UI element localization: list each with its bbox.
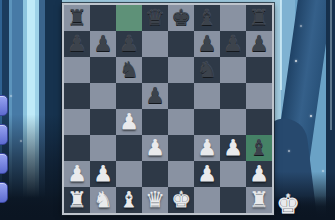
square-h6[interactable]: [246, 57, 272, 83]
piece-black-king[interactable]: ♚: [171, 7, 191, 29]
piece-white-rook[interactable]: ♜: [249, 189, 269, 211]
square-b5[interactable]: [90, 83, 116, 109]
square-h8[interactable]: ♜: [246, 5, 272, 31]
square-e1[interactable]: ♚: [168, 187, 194, 213]
game-screen: ♜♛♚♝♜♟♟♟♟♟♟♞♞♟♟♟♟♟♝♟♟♟♟♜♞♝♛♚♜ ♚: [0, 0, 335, 220]
sparkle-dot: [20, 140, 22, 142]
tree-trunk: [326, 0, 335, 220]
piece-white-pawn[interactable]: ♟: [145, 137, 165, 159]
light-streak: [330, 0, 332, 130]
piece-black-rook[interactable]: ♜: [67, 7, 87, 29]
square-g6[interactable]: [220, 57, 246, 83]
sparkle-dot: [10, 95, 12, 97]
square-d6[interactable]: [142, 57, 168, 83]
piece-white-king[interactable]: ♚: [171, 189, 191, 211]
light-streak: [280, 0, 282, 90]
square-c7[interactable]: ♟: [116, 31, 142, 57]
square-f2[interactable]: ♟: [194, 161, 220, 187]
square-c2[interactable]: [116, 161, 142, 187]
square-g3[interactable]: ♟: [220, 135, 246, 161]
square-h5[interactable]: [246, 83, 272, 109]
square-h7[interactable]: ♟: [246, 31, 272, 57]
chess-board[interactable]: ♜♛♚♝♜♟♟♟♟♟♟♞♞♟♟♟♟♟♝♟♟♟♟♜♞♝♛♚♜: [64, 5, 272, 213]
square-g7[interactable]: ♟: [220, 31, 246, 57]
piece-white-pawn[interactable]: ♟: [197, 163, 217, 185]
piece-black-knight[interactable]: ♞: [119, 59, 139, 81]
square-h4[interactable]: [246, 109, 272, 135]
square-c5[interactable]: [116, 83, 142, 109]
piece-black-knight[interactable]: ♞: [197, 59, 217, 81]
square-a5[interactable]: [64, 83, 90, 109]
square-d4[interactable]: [142, 109, 168, 135]
square-e3[interactable]: [168, 135, 194, 161]
square-b2[interactable]: ♟: [90, 161, 116, 187]
board-frame: ♜♛♚♝♜♟♟♟♟♟♟♞♞♟♟♟♟♟♝♟♟♟♟♜♞♝♛♚♜: [62, 3, 274, 215]
square-c6[interactable]: ♞: [116, 57, 142, 83]
square-d3[interactable]: ♟: [142, 135, 168, 161]
square-g4[interactable]: [220, 109, 246, 135]
tree-trunk: [272, 0, 335, 191]
square-a6[interactable]: [64, 57, 90, 83]
square-e7[interactable]: [168, 31, 194, 57]
square-a1[interactable]: ♜: [64, 187, 90, 213]
side-menu-button-4[interactable]: [0, 182, 8, 203]
piece-black-bishop[interactable]: ♝: [249, 137, 269, 159]
square-e4[interactable]: [168, 109, 194, 135]
piece-white-pawn[interactable]: ♟: [119, 111, 139, 133]
piece-black-pawn[interactable]: ♟: [67, 33, 87, 55]
square-a4[interactable]: [64, 109, 90, 135]
square-e6[interactable]: [168, 57, 194, 83]
piece-white-pawn[interactable]: ♟: [67, 163, 87, 185]
square-b8[interactable]: [90, 5, 116, 31]
piece-white-pawn[interactable]: ♟: [197, 137, 217, 159]
sparkle-dot: [300, 25, 302, 27]
piece-black-pawn[interactable]: ♟: [145, 85, 165, 107]
square-b3[interactable]: [90, 135, 116, 161]
square-f4[interactable]: [194, 109, 220, 135]
piece-white-pawn[interactable]: ♟: [223, 137, 243, 159]
sparkle-dot: [322, 170, 324, 172]
square-h3[interactable]: ♝: [246, 135, 272, 161]
square-f6[interactable]: ♞: [194, 57, 220, 83]
square-b4[interactable]: [90, 109, 116, 135]
piece-white-pawn[interactable]: ♟: [93, 163, 113, 185]
forest-background-left: [0, 0, 62, 220]
square-b6[interactable]: [90, 57, 116, 83]
piece-white-bishop[interactable]: ♝: [119, 189, 139, 211]
piece-black-pawn[interactable]: ♟: [93, 33, 113, 55]
square-h2[interactable]: ♟: [246, 161, 272, 187]
square-c3[interactable]: [116, 135, 142, 161]
sparkle-dot: [295, 60, 297, 62]
piece-black-pawn[interactable]: ♟: [223, 33, 243, 55]
piece-white-queen[interactable]: ♛: [145, 189, 165, 211]
square-h1[interactable]: ♜: [246, 187, 272, 213]
piece-black-rook[interactable]: ♜: [249, 7, 269, 29]
square-c1[interactable]: ♝: [116, 187, 142, 213]
square-e8[interactable]: ♚: [168, 5, 194, 31]
square-d2[interactable]: [142, 161, 168, 187]
square-g1[interactable]: [220, 187, 246, 213]
square-f1[interactable]: [194, 187, 220, 213]
piece-white-rook[interactable]: ♜: [67, 189, 87, 211]
square-g8[interactable]: [220, 5, 246, 31]
square-a7[interactable]: ♟: [64, 31, 90, 57]
square-e2[interactable]: [168, 161, 194, 187]
piece-black-queen[interactable]: ♛: [145, 7, 165, 29]
side-menu-button-3[interactable]: [0, 153, 8, 174]
piece-black-pawn[interactable]: ♟: [119, 33, 139, 55]
sparkle-dot: [288, 150, 290, 152]
square-a2[interactable]: ♟: [64, 161, 90, 187]
side-menu-button-1[interactable]: [0, 95, 8, 116]
square-e5[interactable]: [168, 83, 194, 109]
white-king-icon: ♚: [276, 190, 300, 217]
piece-black-pawn[interactable]: ♟: [249, 33, 269, 55]
square-f7[interactable]: ♟: [194, 31, 220, 57]
piece-black-bishop[interactable]: ♝: [197, 7, 217, 29]
square-b1[interactable]: ♞: [90, 187, 116, 213]
piece-white-knight[interactable]: ♞: [93, 189, 113, 211]
forest-background-right: [274, 0, 335, 220]
square-d5[interactable]: ♟: [142, 83, 168, 109]
sparkle-dot: [310, 115, 312, 117]
square-f8[interactable]: ♝: [194, 5, 220, 31]
square-b7[interactable]: ♟: [90, 31, 116, 57]
square-g5[interactable]: [220, 83, 246, 109]
square-c4[interactable]: ♟: [116, 109, 142, 135]
square-d8[interactable]: ♛: [142, 5, 168, 31]
square-f5[interactable]: [194, 83, 220, 109]
square-d1[interactable]: ♛: [142, 187, 168, 213]
square-g2[interactable]: [220, 161, 246, 187]
square-a8[interactable]: ♜: [64, 5, 90, 31]
piece-black-pawn[interactable]: ♟: [197, 33, 217, 55]
square-a3[interactable]: [64, 135, 90, 161]
side-menu-button-2[interactable]: [0, 124, 8, 145]
square-c8[interactable]: [116, 5, 142, 31]
square-d7[interactable]: [142, 31, 168, 57]
piece-white-pawn[interactable]: ♟: [249, 163, 269, 185]
square-f3[interactable]: ♟: [194, 135, 220, 161]
